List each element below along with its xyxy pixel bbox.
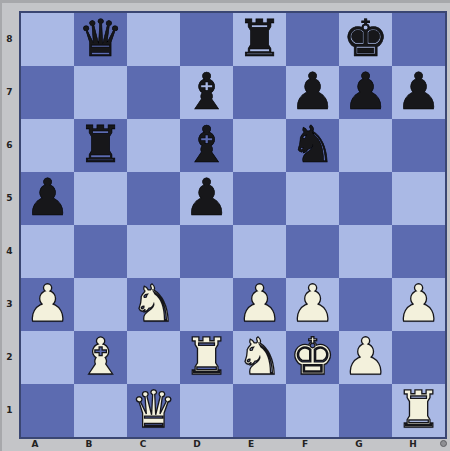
rank-label-7: 7 <box>0 66 19 119</box>
rank-label-4: 4 <box>0 225 19 278</box>
piece-white-king[interactable]: ♚ <box>290 331 336 382</box>
square-f5[interactable] <box>286 172 339 225</box>
piece-black-pawn[interactable]: ♟ <box>343 66 389 117</box>
square-a3[interactable]: ♟ <box>21 278 74 331</box>
piece-white-knight[interactable]: ♞ <box>131 278 177 329</box>
square-f7[interactable]: ♟ <box>286 66 339 119</box>
chess-gui-window: ♛♜♚♝♟♟♟♜♝♞♟♟♟♞♟♟♟♝♜♞♚♟♛♜ 87654321 ABCDEF… <box>0 0 450 451</box>
file-label-b: B <box>86 439 93 449</box>
square-a8[interactable] <box>21 13 74 66</box>
square-g1[interactable] <box>339 384 392 437</box>
square-e6[interactable] <box>233 119 286 172</box>
square-c5[interactable] <box>127 172 180 225</box>
piece-black-knight[interactable]: ♞ <box>290 119 336 170</box>
square-e4[interactable] <box>233 225 286 278</box>
square-b4[interactable] <box>74 225 127 278</box>
piece-black-pawn[interactable]: ♟ <box>25 172 71 223</box>
square-g8[interactable]: ♚ <box>339 13 392 66</box>
square-c7[interactable] <box>127 66 180 119</box>
square-a7[interactable] <box>21 66 74 119</box>
square-e3[interactable]: ♟ <box>233 278 286 331</box>
square-h3[interactable]: ♟ <box>392 278 445 331</box>
file-label-c: C <box>140 439 147 449</box>
square-d6[interactable]: ♝ <box>180 119 233 172</box>
square-b2[interactable]: ♝ <box>74 331 127 384</box>
rank-label-5: 5 <box>0 172 19 225</box>
square-d2[interactable]: ♜ <box>180 331 233 384</box>
square-a6[interactable] <box>21 119 74 172</box>
square-f2[interactable]: ♚ <box>286 331 339 384</box>
square-h4[interactable] <box>392 225 445 278</box>
piece-white-pawn[interactable]: ♟ <box>25 278 71 329</box>
square-h6[interactable] <box>392 119 445 172</box>
square-c2[interactable] <box>127 331 180 384</box>
square-b3[interactable] <box>74 278 127 331</box>
file-label-f: F <box>302 439 308 449</box>
file-label-d: D <box>193 439 200 449</box>
square-f6[interactable]: ♞ <box>286 119 339 172</box>
square-h7[interactable]: ♟ <box>392 66 445 119</box>
piece-black-rook[interactable]: ♜ <box>78 119 124 170</box>
square-c1[interactable]: ♛ <box>127 384 180 437</box>
piece-black-queen[interactable]: ♛ <box>78 13 124 64</box>
square-c4[interactable] <box>127 225 180 278</box>
piece-white-bishop[interactable]: ♝ <box>78 331 124 382</box>
square-d1[interactable] <box>180 384 233 437</box>
square-a4[interactable] <box>21 225 74 278</box>
square-f1[interactable] <box>286 384 339 437</box>
piece-black-pawn[interactable]: ♟ <box>184 172 230 223</box>
square-c3[interactable]: ♞ <box>127 278 180 331</box>
piece-white-queen[interactable]: ♛ <box>131 384 177 435</box>
square-a1[interactable] <box>21 384 74 437</box>
square-e8[interactable]: ♜ <box>233 13 286 66</box>
square-f8[interactable] <box>286 13 339 66</box>
square-e1[interactable] <box>233 384 286 437</box>
square-c6[interactable] <box>127 119 180 172</box>
square-g7[interactable]: ♟ <box>339 66 392 119</box>
square-h1[interactable]: ♜ <box>392 384 445 437</box>
piece-black-rook[interactable]: ♜ <box>237 13 283 64</box>
square-f4[interactable] <box>286 225 339 278</box>
piece-black-pawn[interactable]: ♟ <box>290 66 336 117</box>
file-label-a: A <box>32 439 39 449</box>
piece-black-bishop[interactable]: ♝ <box>184 119 230 170</box>
rank-label-8: 8 <box>0 13 19 66</box>
square-d7[interactable]: ♝ <box>180 66 233 119</box>
square-f3[interactable]: ♟ <box>286 278 339 331</box>
square-d8[interactable] <box>180 13 233 66</box>
piece-white-pawn[interactable]: ♟ <box>290 278 336 329</box>
rank-label-3: 3 <box>0 278 19 331</box>
square-d4[interactable] <box>180 225 233 278</box>
window-bevel-top <box>0 0 450 3</box>
square-a2[interactable] <box>21 331 74 384</box>
square-b6[interactable]: ♜ <box>74 119 127 172</box>
file-label-h: H <box>409 439 417 449</box>
square-b5[interactable] <box>74 172 127 225</box>
square-g2[interactable]: ♟ <box>339 331 392 384</box>
square-e7[interactable] <box>233 66 286 119</box>
piece-black-pawn[interactable]: ♟ <box>396 66 442 117</box>
file-label-g: G <box>355 439 362 449</box>
square-g3[interactable] <box>339 278 392 331</box>
file-label-e: E <box>248 439 254 449</box>
square-e5[interactable] <box>233 172 286 225</box>
square-g4[interactable] <box>339 225 392 278</box>
piece-white-rook[interactable]: ♜ <box>396 384 442 435</box>
square-h2[interactable] <box>392 331 445 384</box>
piece-white-pawn[interactable]: ♟ <box>396 278 442 329</box>
piece-white-rook[interactable]: ♜ <box>184 331 230 382</box>
piece-black-bishop[interactable]: ♝ <box>184 66 230 117</box>
rank-label-6: 6 <box>0 119 19 172</box>
square-c8[interactable] <box>127 13 180 66</box>
square-d3[interactable] <box>180 278 233 331</box>
piece-black-king[interactable]: ♚ <box>343 13 389 64</box>
piece-white-knight[interactable]: ♞ <box>237 331 283 382</box>
square-g6[interactable] <box>339 119 392 172</box>
piece-white-pawn[interactable]: ♟ <box>237 278 283 329</box>
square-h5[interactable] <box>392 172 445 225</box>
square-b1[interactable] <box>74 384 127 437</box>
square-b7[interactable] <box>74 66 127 119</box>
square-h8[interactable] <box>392 13 445 66</box>
rank-label-1: 1 <box>0 384 19 437</box>
square-d5[interactable]: ♟ <box>180 172 233 225</box>
chess-board: ♛♜♚♝♟♟♟♜♝♞♟♟♟♞♟♟♟♝♜♞♚♟♛♜ <box>19 11 447 439</box>
square-e2[interactable]: ♞ <box>233 331 286 384</box>
square-b8[interactable]: ♛ <box>74 13 127 66</box>
rank-label-2: 2 <box>0 331 19 384</box>
square-a5[interactable]: ♟ <box>21 172 74 225</box>
square-g5[interactable] <box>339 172 392 225</box>
piece-white-pawn[interactable]: ♟ <box>343 331 389 382</box>
resize-grip-icon <box>440 440 447 447</box>
